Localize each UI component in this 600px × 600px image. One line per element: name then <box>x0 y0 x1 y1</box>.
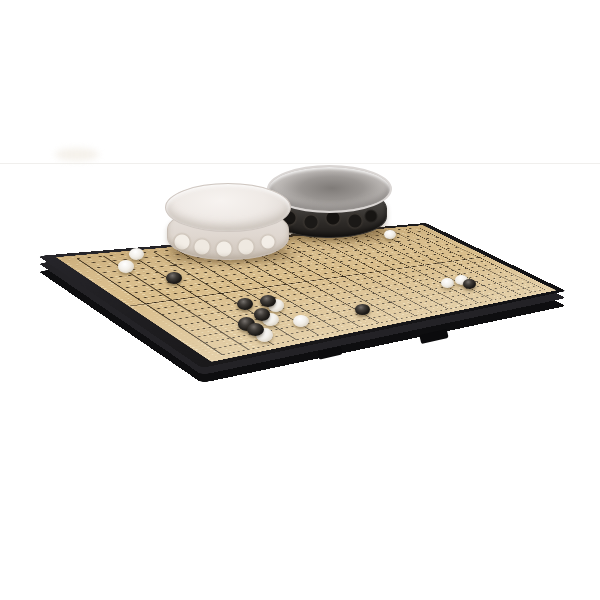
go-board <box>38 223 566 368</box>
photo-smudge <box>55 148 99 161</box>
white-stone <box>441 278 454 288</box>
white-container-lid <box>165 183 291 232</box>
product-photo-scene <box>0 0 600 600</box>
black-stone <box>254 308 270 321</box>
black-stone <box>260 295 276 307</box>
board-grid <box>38 223 566 368</box>
black-stone <box>247 323 264 336</box>
photo-seam-line <box>0 163 600 164</box>
white-stone-container <box>165 183 289 259</box>
black-stone <box>463 279 476 289</box>
black-stone <box>166 272 182 285</box>
white-stone <box>118 260 134 273</box>
